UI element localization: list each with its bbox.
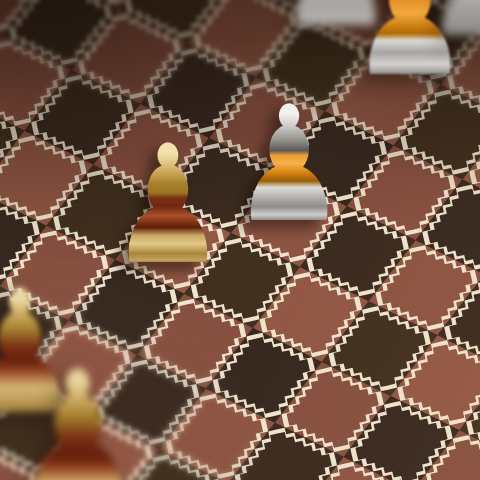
pawn-brass-blur-bottom: ♟ bbox=[10, 347, 146, 480]
pawn-blur-top-right: ♟ bbox=[426, 0, 480, 57]
pieces-layer: ♟♟♟♟♟♟♟ bbox=[0, 0, 480, 480]
photo-frame: ♟♟♟♟♟♟♟ bbox=[0, 0, 480, 480]
pawn-blur-top-center: ♟ bbox=[277, 0, 395, 51]
pawn-pewter-focus: ♟ bbox=[232, 85, 347, 245]
pawn-brass-focus: ♟ bbox=[109, 124, 227, 288]
